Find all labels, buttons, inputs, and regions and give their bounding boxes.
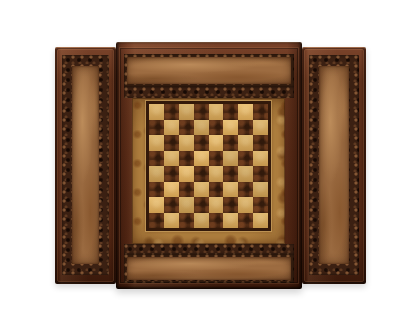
bottom-leather-band bbox=[127, 257, 291, 280]
square-h3[interactable] bbox=[253, 182, 268, 198]
square-c7[interactable] bbox=[179, 120, 194, 136]
square-c1[interactable] bbox=[179, 213, 194, 229]
game-table-top bbox=[55, 42, 366, 289]
top-emboss-divider bbox=[124, 87, 294, 98]
square-c6[interactable] bbox=[179, 135, 194, 151]
square-h5[interactable] bbox=[253, 151, 268, 167]
square-e4[interactable] bbox=[209, 166, 224, 182]
square-e6[interactable] bbox=[209, 135, 224, 151]
square-d7[interactable] bbox=[194, 120, 209, 136]
square-f5[interactable] bbox=[223, 151, 238, 167]
square-d2[interactable] bbox=[194, 197, 209, 213]
square-e8[interactable] bbox=[209, 104, 224, 120]
square-b8[interactable] bbox=[164, 104, 179, 120]
square-h7[interactable] bbox=[253, 120, 268, 136]
square-b4[interactable] bbox=[164, 166, 179, 182]
square-f4[interactable] bbox=[223, 166, 238, 182]
product-photo bbox=[0, 0, 420, 336]
square-f3[interactable] bbox=[223, 182, 238, 198]
square-g4[interactable] bbox=[238, 166, 253, 182]
square-g3[interactable] bbox=[238, 182, 253, 198]
bottom-leather-band-border bbox=[124, 254, 294, 283]
square-d3[interactable] bbox=[194, 182, 209, 198]
square-b2[interactable] bbox=[164, 197, 179, 213]
square-h1[interactable] bbox=[253, 213, 268, 229]
square-b7[interactable] bbox=[164, 120, 179, 136]
top-leather-band bbox=[127, 57, 291, 84]
square-b6[interactable] bbox=[164, 135, 179, 151]
square-c8[interactable] bbox=[179, 104, 194, 120]
square-e7[interactable] bbox=[209, 120, 224, 136]
left-leaf-leather-panel bbox=[72, 66, 99, 264]
square-e2[interactable] bbox=[209, 197, 224, 213]
square-h6[interactable] bbox=[253, 135, 268, 151]
square-d8[interactable] bbox=[194, 104, 209, 120]
right-leaf-leather-panel bbox=[319, 66, 349, 264]
square-a1[interactable] bbox=[149, 213, 164, 229]
center-panel bbox=[116, 42, 302, 289]
square-a8[interactable] bbox=[149, 104, 164, 120]
square-h8[interactable] bbox=[253, 104, 268, 120]
square-g5[interactable] bbox=[238, 151, 253, 167]
square-a4[interactable] bbox=[149, 166, 164, 182]
square-h2[interactable] bbox=[253, 197, 268, 213]
square-g6[interactable] bbox=[238, 135, 253, 151]
square-f1[interactable] bbox=[223, 213, 238, 229]
square-g2[interactable] bbox=[238, 197, 253, 213]
square-a6[interactable] bbox=[149, 135, 164, 151]
square-a5[interactable] bbox=[149, 151, 164, 167]
square-f7[interactable] bbox=[223, 120, 238, 136]
square-g7[interactable] bbox=[238, 120, 253, 136]
square-b5[interactable] bbox=[164, 151, 179, 167]
top-leather-band-border bbox=[124, 54, 294, 87]
square-c5[interactable] bbox=[179, 151, 194, 167]
square-a7[interactable] bbox=[149, 120, 164, 136]
square-g1[interactable] bbox=[238, 213, 253, 229]
square-c2[interactable] bbox=[179, 197, 194, 213]
square-d4[interactable] bbox=[194, 166, 209, 182]
square-d6[interactable] bbox=[194, 135, 209, 151]
square-d1[interactable] bbox=[194, 213, 209, 229]
square-f8[interactable] bbox=[223, 104, 238, 120]
square-d5[interactable] bbox=[194, 151, 209, 167]
square-g8[interactable] bbox=[238, 104, 253, 120]
square-h4[interactable] bbox=[253, 166, 268, 182]
square-a2[interactable] bbox=[149, 197, 164, 213]
chessboard bbox=[146, 101, 271, 231]
square-a3[interactable] bbox=[149, 182, 164, 198]
square-e1[interactable] bbox=[209, 213, 224, 229]
square-f6[interactable] bbox=[223, 135, 238, 151]
right-leaf bbox=[302, 47, 366, 284]
square-c3[interactable] bbox=[179, 182, 194, 198]
square-f2[interactable] bbox=[223, 197, 238, 213]
square-e5[interactable] bbox=[209, 151, 224, 167]
square-b3[interactable] bbox=[164, 182, 179, 198]
square-c4[interactable] bbox=[179, 166, 194, 182]
square-e3[interactable] bbox=[209, 182, 224, 198]
bottom-emboss-divider bbox=[124, 244, 294, 254]
left-leaf bbox=[55, 47, 116, 284]
square-b1[interactable] bbox=[164, 213, 179, 229]
